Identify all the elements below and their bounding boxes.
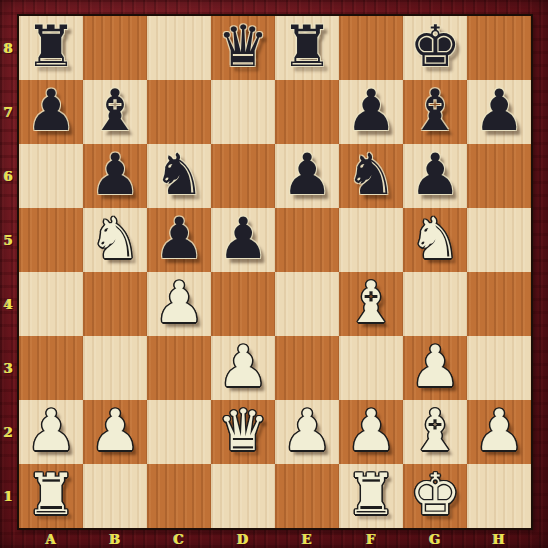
square-g8[interactable]: ♚ [403, 16, 467, 80]
square-h3[interactable] [467, 336, 531, 400]
square-d7[interactable] [211, 80, 275, 144]
piece-black-knight-f6[interactable]: ♞ [339, 144, 403, 208]
board-frame: ♜♛♜♚♟♝♟♝♟♟♞♟♞♟♞♟♟♞♟♝♟♟♟♟♛♟♟♝♟♜♜♚ 8765432… [0, 0, 548, 548]
piece-black-pawn-c5[interactable]: ♟ [147, 208, 211, 272]
piece-white-pawn-b2[interactable]: ♟ [83, 400, 147, 464]
square-b1[interactable] [83, 464, 147, 528]
square-h7[interactable]: ♟ [467, 80, 531, 144]
piece-black-pawn-f7[interactable]: ♟ [339, 80, 403, 144]
square-e8[interactable]: ♜ [275, 16, 339, 80]
square-d3[interactable]: ♟ [211, 336, 275, 400]
square-h4[interactable] [467, 272, 531, 336]
square-g6[interactable]: ♟ [403, 144, 467, 208]
rank-label-4: 4 [0, 272, 17, 336]
square-c7[interactable] [147, 80, 211, 144]
square-d4[interactable] [211, 272, 275, 336]
file-label-h: H [467, 530, 531, 548]
square-b6[interactable]: ♟ [83, 144, 147, 208]
square-e7[interactable] [275, 80, 339, 144]
square-g1[interactable]: ♚ [403, 464, 467, 528]
square-a1[interactable]: ♜ [19, 464, 83, 528]
square-f3[interactable] [339, 336, 403, 400]
file-label-b: B [83, 530, 147, 548]
piece-white-king-g1[interactable]: ♚ [403, 464, 467, 528]
rank-label-6: 6 [0, 144, 17, 208]
square-e3[interactable] [275, 336, 339, 400]
piece-black-king-g8[interactable]: ♚ [403, 16, 467, 80]
square-a3[interactable] [19, 336, 83, 400]
piece-white-pawn-d3[interactable]: ♟ [211, 336, 275, 400]
square-a6[interactable] [19, 144, 83, 208]
piece-white-pawn-a2[interactable]: ♟ [19, 400, 83, 464]
square-a7[interactable]: ♟ [19, 80, 83, 144]
piece-white-knight-g5[interactable]: ♞ [403, 208, 467, 272]
square-d6[interactable] [211, 144, 275, 208]
piece-white-rook-a1[interactable]: ♜ [19, 464, 83, 528]
piece-black-pawn-e6[interactable]: ♟ [275, 144, 339, 208]
square-h6[interactable] [467, 144, 531, 208]
rank-label-3: 3 [0, 336, 17, 400]
file-label-c: C [147, 530, 211, 548]
file-label-d: D [211, 530, 275, 548]
square-f4[interactable]: ♝ [339, 272, 403, 336]
square-b3[interactable] [83, 336, 147, 400]
square-b2[interactable]: ♟ [83, 400, 147, 464]
square-f5[interactable] [339, 208, 403, 272]
square-h5[interactable] [467, 208, 531, 272]
square-f8[interactable] [339, 16, 403, 80]
square-c4[interactable]: ♟ [147, 272, 211, 336]
square-c2[interactable] [147, 400, 211, 464]
piece-black-pawn-g6[interactable]: ♟ [403, 144, 467, 208]
square-f7[interactable]: ♟ [339, 80, 403, 144]
rank-label-7: 7 [0, 80, 17, 144]
square-c6[interactable]: ♞ [147, 144, 211, 208]
piece-black-pawn-d5[interactable]: ♟ [211, 208, 275, 272]
square-d8[interactable]: ♛ [211, 16, 275, 80]
square-d5[interactable]: ♟ [211, 208, 275, 272]
piece-black-pawn-h7[interactable]: ♟ [467, 80, 531, 144]
square-b8[interactable] [83, 16, 147, 80]
square-a4[interactable] [19, 272, 83, 336]
square-c8[interactable] [147, 16, 211, 80]
square-d2[interactable]: ♛ [211, 400, 275, 464]
piece-black-bishop-g7[interactable]: ♝ [403, 80, 467, 144]
piece-black-bishop-b7[interactable]: ♝ [83, 80, 147, 144]
rank-label-8: 8 [0, 16, 17, 80]
rank-label-1: 1 [0, 464, 17, 528]
file-label-e: E [275, 530, 339, 548]
square-g2[interactable]: ♝ [403, 400, 467, 464]
square-e6[interactable]: ♟ [275, 144, 339, 208]
square-b5[interactable]: ♞ [83, 208, 147, 272]
square-a8[interactable]: ♜ [19, 16, 83, 80]
square-e1[interactable] [275, 464, 339, 528]
square-c1[interactable] [147, 464, 211, 528]
square-d1[interactable] [211, 464, 275, 528]
piece-white-pawn-g3[interactable]: ♟ [403, 336, 467, 400]
piece-white-bishop-g2[interactable]: ♝ [403, 400, 467, 464]
square-e2[interactable]: ♟ [275, 400, 339, 464]
piece-white-queen-d2[interactable]: ♛ [211, 400, 275, 464]
piece-black-rook-e8[interactable]: ♜ [275, 16, 339, 80]
square-h8[interactable] [467, 16, 531, 80]
square-b4[interactable] [83, 272, 147, 336]
piece-black-pawn-a7[interactable]: ♟ [19, 80, 83, 144]
square-h1[interactable] [467, 464, 531, 528]
piece-white-bishop-f4[interactable]: ♝ [339, 272, 403, 336]
square-g7[interactable]: ♝ [403, 80, 467, 144]
square-e4[interactable] [275, 272, 339, 336]
square-h2[interactable]: ♟ [467, 400, 531, 464]
square-f2[interactable]: ♟ [339, 400, 403, 464]
square-a5[interactable] [19, 208, 83, 272]
square-g5[interactable]: ♞ [403, 208, 467, 272]
square-g3[interactable]: ♟ [403, 336, 467, 400]
piece-white-pawn-h2[interactable]: ♟ [467, 400, 531, 464]
piece-white-pawn-f2[interactable]: ♟ [339, 400, 403, 464]
file-label-a: A [19, 530, 83, 548]
piece-white-rook-f1[interactable]: ♜ [339, 464, 403, 528]
square-e5[interactable] [275, 208, 339, 272]
rank-label-5: 5 [0, 208, 17, 272]
chess-board: ♜♛♜♚♟♝♟♝♟♟♞♟♞♟♞♟♟♞♟♝♟♟♟♟♛♟♟♝♟♜♜♚ [17, 14, 533, 530]
piece-black-queen-d8[interactable]: ♛ [211, 16, 275, 80]
file-label-f: F [339, 530, 403, 548]
square-c3[interactable] [147, 336, 211, 400]
square-f1[interactable]: ♜ [339, 464, 403, 528]
square-g4[interactable] [403, 272, 467, 336]
square-f6[interactable]: ♞ [339, 144, 403, 208]
piece-white-pawn-c4[interactable]: ♟ [147, 272, 211, 336]
rank-label-2: 2 [0, 400, 17, 464]
piece-white-pawn-e2[interactable]: ♟ [275, 400, 339, 464]
square-a2[interactable]: ♟ [19, 400, 83, 464]
piece-black-knight-c6[interactable]: ♞ [147, 144, 211, 208]
piece-black-rook-a8[interactable]: ♜ [19, 16, 83, 80]
piece-black-pawn-b6[interactable]: ♟ [83, 144, 147, 208]
square-b7[interactable]: ♝ [83, 80, 147, 144]
square-c5[interactable]: ♟ [147, 208, 211, 272]
file-label-g: G [403, 530, 467, 548]
piece-white-knight-b5[interactable]: ♞ [83, 208, 147, 272]
